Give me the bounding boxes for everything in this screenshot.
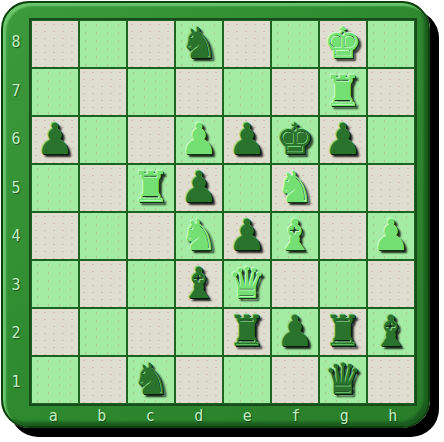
- light-bishop-icon[interactable]: ♝: [276, 214, 315, 257]
- light-rook-icon[interactable]: ♜: [132, 166, 171, 209]
- light-queen-icon[interactable]: ♛: [228, 262, 267, 305]
- square-h2[interactable]: ♝: [368, 309, 414, 355]
- file-label-h: h: [369, 407, 418, 425]
- square-h1[interactable]: [368, 357, 414, 403]
- square-g3[interactable]: [320, 261, 366, 307]
- square-g5[interactable]: [320, 165, 366, 211]
- dark-bishop-icon[interactable]: ♝: [372, 310, 411, 353]
- light-pawn-icon[interactable]: ♟: [372, 214, 411, 257]
- square-d6[interactable]: ♟: [176, 117, 222, 163]
- rank-label-8: 8: [4, 33, 28, 51]
- rank-label-3: 3: [4, 276, 28, 294]
- dark-pawn-icon[interactable]: ♟: [276, 310, 315, 353]
- square-a2[interactable]: [32, 309, 78, 355]
- rank-label-5: 5: [4, 179, 28, 197]
- square-b6[interactable]: [80, 117, 126, 163]
- square-c2[interactable]: [128, 309, 174, 355]
- square-g4[interactable]: [320, 213, 366, 259]
- file-label-e: e: [223, 407, 272, 425]
- square-d3[interactable]: ♝: [176, 261, 222, 307]
- rank-label-7: 7: [4, 82, 28, 100]
- square-c8[interactable]: [128, 21, 174, 67]
- square-c6[interactable]: [128, 117, 174, 163]
- rank-labels: 87654321: [4, 18, 28, 406]
- square-e2[interactable]: ♜: [224, 309, 270, 355]
- square-g2[interactable]: ♜: [320, 309, 366, 355]
- square-h6[interactable]: [368, 117, 414, 163]
- square-d5[interactable]: ♟: [176, 165, 222, 211]
- square-h8[interactable]: [368, 21, 414, 67]
- dark-knight-icon[interactable]: ♞: [180, 22, 219, 65]
- square-f7[interactable]: [272, 69, 318, 115]
- light-knight-icon[interactable]: ♞: [276, 166, 315, 209]
- light-rook-icon[interactable]: ♜: [324, 70, 363, 113]
- square-h5[interactable]: [368, 165, 414, 211]
- file-labels: abcdefgh: [29, 404, 417, 428]
- square-c4[interactable]: [128, 213, 174, 259]
- light-knight-icon[interactable]: ♞: [180, 214, 219, 257]
- square-f3[interactable]: [272, 261, 318, 307]
- dark-queen-icon[interactable]: ♛: [324, 358, 363, 401]
- square-g7[interactable]: ♜: [320, 69, 366, 115]
- square-a1[interactable]: [32, 357, 78, 403]
- dark-bishop-icon[interactable]: ♝: [180, 262, 219, 305]
- square-e8[interactable]: [224, 21, 270, 67]
- square-h7[interactable]: [368, 69, 414, 115]
- square-c3[interactable]: [128, 261, 174, 307]
- dark-pawn-icon[interactable]: ♟: [36, 118, 75, 161]
- light-king-icon[interactable]: ♚: [324, 22, 363, 65]
- square-b5[interactable]: [80, 165, 126, 211]
- dark-pawn-icon[interactable]: ♟: [324, 118, 363, 161]
- file-label-g: g: [320, 407, 369, 425]
- square-c5[interactable]: ♜: [128, 165, 174, 211]
- chess-board: ♞♚♜♟♟♟♚♟♜♟♞♞♟♝♟♝♛♜♟♜♝♞♛: [29, 18, 417, 406]
- square-c1[interactable]: ♞: [128, 357, 174, 403]
- light-pawn-icon[interactable]: ♟: [180, 118, 219, 161]
- rank-label-6: 6: [4, 130, 28, 148]
- square-b2[interactable]: [80, 309, 126, 355]
- rank-label-1: 1: [4, 373, 28, 391]
- file-label-a: a: [29, 407, 78, 425]
- square-a5[interactable]: [32, 165, 78, 211]
- square-d7[interactable]: [176, 69, 222, 115]
- file-label-b: b: [78, 407, 127, 425]
- square-f1[interactable]: [272, 357, 318, 403]
- square-a4[interactable]: [32, 213, 78, 259]
- square-f2[interactable]: ♟: [272, 309, 318, 355]
- rank-label-2: 2: [4, 324, 28, 342]
- dark-pawn-icon[interactable]: ♟: [180, 166, 219, 209]
- square-a6[interactable]: ♟: [32, 117, 78, 163]
- square-a8[interactable]: [32, 21, 78, 67]
- square-e1[interactable]: [224, 357, 270, 403]
- square-h3[interactable]: [368, 261, 414, 307]
- square-d2[interactable]: [176, 309, 222, 355]
- square-f8[interactable]: [272, 21, 318, 67]
- square-b8[interactable]: [80, 21, 126, 67]
- dark-pawn-icon[interactable]: ♟: [228, 118, 267, 161]
- square-d1[interactable]: [176, 357, 222, 403]
- square-a7[interactable]: [32, 69, 78, 115]
- square-b7[interactable]: [80, 69, 126, 115]
- square-g1[interactable]: ♛: [320, 357, 366, 403]
- square-e3[interactable]: ♛: [224, 261, 270, 307]
- square-c7[interactable]: [128, 69, 174, 115]
- square-b3[interactable]: [80, 261, 126, 307]
- square-b4[interactable]: [80, 213, 126, 259]
- square-f5[interactable]: ♞: [272, 165, 318, 211]
- file-label-c: c: [126, 407, 175, 425]
- square-a3[interactable]: [32, 261, 78, 307]
- square-e5[interactable]: [224, 165, 270, 211]
- square-g6[interactable]: ♟: [320, 117, 366, 163]
- square-e4[interactable]: ♟: [224, 213, 270, 259]
- square-d4[interactable]: ♞: [176, 213, 222, 259]
- square-g8[interactable]: ♚: [320, 21, 366, 67]
- file-label-f: f: [272, 407, 321, 425]
- chess-app-window: 87654321 abcdefgh ♞♚♜♟♟♟♚♟♜♟♞♞♟♝♟♝♛♜♟♜♝♞…: [0, 0, 444, 442]
- dark-rook-icon[interactable]: ♜: [324, 310, 363, 353]
- square-f4[interactable]: ♝: [272, 213, 318, 259]
- dark-pawn-icon[interactable]: ♟: [228, 214, 267, 257]
- square-d8[interactable]: ♞: [176, 21, 222, 67]
- rank-label-4: 4: [4, 227, 28, 245]
- file-label-d: d: [175, 407, 224, 425]
- square-e7[interactable]: [224, 69, 270, 115]
- dark-king-icon[interactable]: ♚: [276, 118, 315, 161]
- square-h4[interactable]: ♟: [368, 213, 414, 259]
- square-e6[interactable]: ♟: [224, 117, 270, 163]
- dark-knight-icon[interactable]: ♞: [132, 358, 171, 401]
- square-b1[interactable]: [80, 357, 126, 403]
- square-f6[interactable]: ♚: [272, 117, 318, 163]
- dark-rook-icon[interactable]: ♜: [228, 310, 267, 353]
